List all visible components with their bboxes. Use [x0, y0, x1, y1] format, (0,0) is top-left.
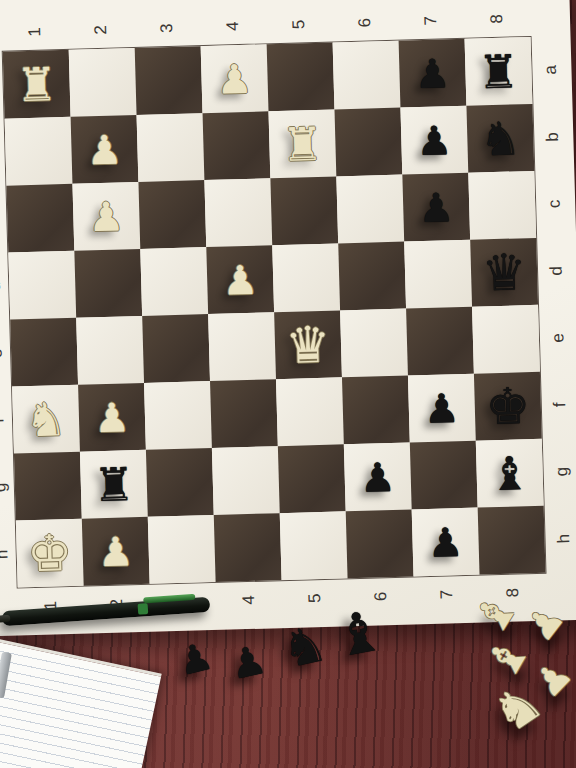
square-g6: ♟: [344, 442, 412, 511]
coord-top-6: 6: [351, 0, 379, 56]
chess-board: ♜♟♟♜♟♜♟♞♟♟♟♛♛♞♟♟♚♜♟♝♚♟♟: [3, 37, 546, 588]
captured-b-P-1: ♟: [226, 639, 269, 686]
captured-b-P-0: ♟: [174, 636, 216, 681]
square-e5: ♛: [274, 310, 342, 379]
pen-tip-icon: [0, 615, 10, 623]
square-c7: ♟: [402, 173, 470, 242]
piece-wP-f2: ♟: [78, 383, 146, 452]
captured-w-B-2: ♝: [479, 630, 537, 686]
square-d3: [140, 247, 208, 316]
coord-left-h: h: [0, 540, 36, 568]
square-f7: ♟: [408, 374, 476, 443]
coord-right-c: c: [520, 190, 576, 218]
square-f6: [342, 376, 410, 445]
square-c6: [336, 175, 404, 244]
coord-left-c: c: [0, 206, 26, 234]
coord-bottom-5: 5: [301, 565, 329, 632]
coord-top-1: 1: [21, 0, 49, 65]
coord-top-3: 3: [153, 0, 181, 61]
piece-bP-b7: ♟: [400, 106, 468, 175]
square-f3: [144, 381, 212, 450]
piece-bP-g6: ♟: [344, 442, 412, 511]
coord-top-5: 5: [285, 0, 313, 58]
captured-w-P-3: ♟: [528, 654, 576, 705]
square-d7: [404, 240, 472, 309]
square-b2: ♟: [71, 115, 139, 184]
square-c4: [204, 178, 272, 247]
coord-bottom-7: 7: [433, 561, 461, 628]
square-e2: [76, 316, 144, 385]
coord-right-g: g: [528, 458, 576, 486]
coord-bottom-1: 1: [37, 572, 65, 639]
captured-w-N-4: ♞: [483, 673, 551, 742]
square-b5: ♜: [269, 109, 337, 178]
coord-right-h: h: [530, 525, 576, 553]
coord-bottom-8: 8: [499, 559, 527, 626]
piece-wP-d4: ♟: [206, 245, 274, 314]
coord-left-g: g: [0, 474, 34, 502]
coord-top-8: 8: [483, 0, 511, 52]
coord-top-7: 7: [417, 0, 445, 54]
square-d5: [272, 243, 340, 312]
coord-right-a: a: [517, 56, 576, 84]
square-c2: ♟: [72, 182, 140, 251]
piece-wQ-e5: ♛: [274, 310, 342, 379]
coord-top-2: 2: [87, 0, 115, 63]
square-b3: [137, 113, 205, 182]
square-g4: [212, 446, 280, 515]
square-b6: [334, 108, 402, 177]
coord-left-f: f: [0, 407, 32, 435]
piece-wP-c2: ♟: [72, 182, 140, 251]
coord-left-b: b: [0, 139, 24, 167]
piece-bP-f7: ♟: [408, 374, 476, 443]
square-b4: [203, 111, 271, 180]
coord-right-f: f: [526, 391, 576, 419]
square-g2: ♜: [80, 450, 148, 519]
coord-top-4: 4: [219, 0, 247, 60]
piece-wP-b2: ♟: [71, 115, 139, 184]
square-g3: [146, 448, 214, 517]
square-f2: ♟: [78, 383, 146, 452]
coord-bottom-4: 4: [235, 567, 263, 634]
coord-right-d: d: [522, 257, 576, 285]
square-c3: [138, 180, 206, 249]
notepad: [0, 630, 162, 768]
square-e3: [142, 314, 210, 383]
square-e6: [340, 309, 408, 378]
square-g5: [278, 444, 346, 513]
coord-right-b: b: [518, 123, 576, 151]
square-d4: ♟: [206, 245, 274, 314]
chess-board-mat: ♜♟♟♜♟♜♟♞♟♟♟♛♛♞♟♟♚♜♟♝♚♟♟ 11aa22bb33cc44dd…: [0, 0, 576, 636]
square-e7: [406, 307, 474, 376]
coord-bottom-6: 6: [367, 563, 395, 630]
piece-wR-b5: ♜: [269, 109, 337, 178]
coord-left-a: a: [0, 72, 23, 100]
piece-bP-c7: ♟: [402, 173, 470, 242]
square-d2: [74, 249, 142, 318]
piece-bR-g2: ♜: [80, 450, 148, 519]
coord-right-e: e: [524, 324, 576, 352]
coord-left-d: d: [0, 273, 28, 301]
square-f5: [276, 377, 344, 446]
coord-left-e: e: [0, 340, 30, 368]
square-g7: [410, 441, 478, 510]
square-b7: ♟: [400, 106, 468, 175]
square-d6: [338, 242, 406, 311]
pen-band: [138, 603, 149, 615]
square-f4: [210, 379, 278, 448]
square-c5: [270, 176, 338, 245]
square-e4: [208, 312, 276, 381]
